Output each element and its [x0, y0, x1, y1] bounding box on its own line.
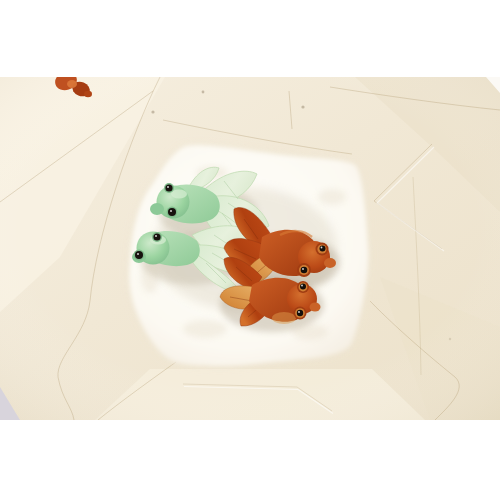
bottom-white-margin [0, 420, 500, 500]
fish-eye [300, 284, 306, 290]
speck [449, 338, 451, 340]
speck [301, 105, 304, 108]
fish-eye [153, 233, 160, 240]
pad-dimple [183, 320, 227, 338]
fish-eye [301, 267, 308, 274]
pad-dimple [318, 189, 346, 205]
fish-eye [297, 310, 303, 316]
head-highlight [171, 190, 187, 199]
carnelian-top-snout [324, 258, 336, 268]
photo-of-carved-goldfish [0, 77, 500, 420]
speck [151, 110, 154, 113]
belly-highlight [272, 312, 296, 324]
carnelian-bottom-snout [310, 303, 321, 312]
speck [202, 91, 205, 94]
top-white-margin [0, 0, 500, 77]
jade-top-snout [150, 203, 164, 215]
fish-eye [168, 208, 176, 216]
fish-eye [165, 184, 172, 191]
fish-eye [135, 251, 143, 259]
fish-eye [320, 246, 326, 252]
